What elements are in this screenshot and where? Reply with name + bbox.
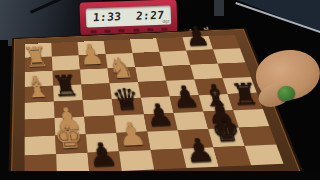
square-f5 [135, 66, 166, 82]
square-f1 [25, 71, 53, 87]
square-a5 [150, 149, 186, 170]
square-d1 [25, 101, 55, 119]
square-h4 [104, 40, 133, 55]
square-c2: ♟ [55, 117, 86, 136]
square-f8 [218, 62, 251, 78]
board-grid: ♟♜♟♞♝♜♛♟♝♜♟♟♟♚♟♚♟♟ [25, 35, 284, 175]
square-h3 [78, 41, 106, 56]
clock-brand-label: dgt [162, 19, 169, 24]
square-c4 [114, 114, 147, 133]
chess-board: ♟♜♟♞♝♜♛♟♝♜♟♟♟♚♟♚♟♟ [14, 29, 271, 180]
square-e4 [110, 82, 141, 99]
square-h1 [25, 43, 52, 58]
square-e3 [81, 83, 111, 100]
square-b3 [86, 133, 119, 153]
square-c1 [25, 118, 56, 137]
square-e1: ♝ [25, 86, 54, 103]
square-b8 [239, 126, 276, 146]
square-g2 [52, 55, 80, 70]
square-a8 [245, 145, 284, 166]
square-c6 [174, 112, 209, 131]
clock-display: 1:33 2:27 dgt [86, 6, 172, 28]
square-h6 [156, 37, 186, 52]
photo-stage: ♟♟♞♟ 1:33 2:27 dgt ♟♜♟♞♝♜♛♟♝♜♟♟♟♚♟♚♟♟ [0, 0, 320, 180]
square-c3 [84, 115, 116, 134]
square-a7 [213, 146, 251, 167]
square-e5 [138, 81, 170, 98]
clock-left-time: 1:33 [93, 10, 122, 24]
square-d4: ♛ [112, 98, 144, 116]
square-d3 [83, 99, 114, 117]
square-d2 [54, 100, 84, 118]
left-dark-edge [0, 40, 8, 180]
square-e2: ♜ [53, 85, 83, 102]
square-g4 [106, 53, 135, 68]
square-f4: ♞ [108, 67, 138, 83]
bottom-dark-edge [0, 171, 320, 180]
square-e6 [166, 80, 199, 97]
square-g3: ♟ [79, 54, 108, 69]
square-e8 [223, 77, 257, 94]
square-h8 [209, 35, 240, 50]
square-c8 [233, 109, 269, 128]
square-b1 [25, 136, 56, 156]
square-f6 [163, 65, 195, 81]
square-g5 [132, 52, 162, 67]
square-b4: ♟ [116, 132, 150, 152]
square-d6: ♟ [170, 95, 204, 113]
square-a4 [119, 150, 154, 171]
dgt-chess-clock: 1:33 2:27 dgt [79, 0, 177, 36]
square-h5 [130, 38, 159, 53]
square-c5: ♟ [144, 113, 178, 132]
square-g8 [213, 48, 245, 63]
clock-right-time: 2:27 [135, 9, 164, 23]
square-b5 [147, 130, 182, 150]
board-frame: ♟♜♟♞♝♜♛♟♝♜♟♟♟♚♟♚♟♟ [11, 29, 301, 180]
square-b2: ♚ [55, 134, 87, 154]
square-g1: ♜ [25, 57, 53, 72]
square-g6 [159, 51, 190, 66]
green-object [278, 86, 295, 101]
square-f2 [52, 70, 81, 86]
square-d5 [141, 96, 174, 114]
square-h2 [51, 42, 78, 57]
square-b6 [178, 129, 214, 149]
square-f3 [80, 68, 110, 84]
square-a3: ♟ [88, 151, 122, 172]
